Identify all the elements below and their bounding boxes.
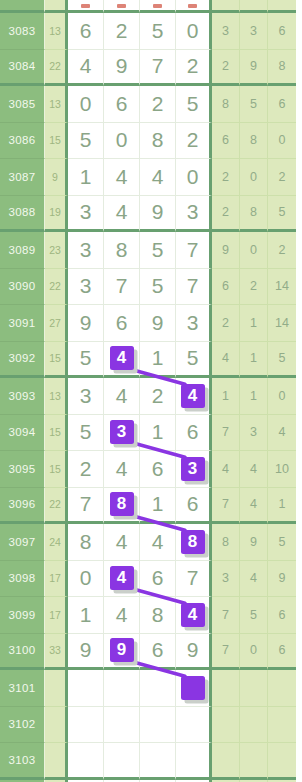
- digit-cell: 9: [140, 305, 176, 342]
- digit-cell: 4: [104, 561, 140, 598]
- sum-cell: 33: [45, 634, 68, 671]
- stat-cell: 4: [212, 451, 240, 488]
- trend-row: 3100339969706: [0, 634, 302, 671]
- stat-cell: [212, 743, 240, 780]
- stat-cell: 4: [268, 415, 296, 452]
- sum-cell: 23: [45, 232, 68, 269]
- digit-cell: 8: [68, 524, 104, 561]
- digit-cell: 5: [140, 232, 176, 269]
- digit-cell: 5: [140, 269, 176, 306]
- highlight-box: 9: [110, 638, 134, 662]
- digit-cell: 4: [140, 524, 176, 561]
- digit-cell: [140, 707, 176, 744]
- red-digit-fragment: [117, 4, 126, 8]
- stat-cell: [268, 670, 296, 707]
- partial-sum-cell: [45, 0, 68, 13]
- digit-cell: 7: [176, 561, 212, 598]
- digit-cell: 6: [140, 451, 176, 488]
- trend-rows: 3083136250336308422497229830851306258563…: [0, 13, 302, 780]
- digit-cell: 9: [176, 634, 212, 671]
- partial-stat-cell: [268, 0, 296, 13]
- trend-row: 30902237576214: [0, 269, 302, 306]
- digit-cell: 4: [104, 378, 140, 415]
- stat-cell: 6: [268, 86, 296, 123]
- sum-cell: 22: [45, 269, 68, 306]
- digit-cell: 0: [176, 159, 212, 196]
- digit-cell: 6: [104, 305, 140, 342]
- sum-cell: 15: [45, 123, 68, 160]
- stat-cell: 1: [240, 305, 268, 342]
- stat-cell: 10: [268, 451, 296, 488]
- digit-cell: 4: [68, 50, 104, 87]
- highlight-box: 4: [110, 566, 134, 590]
- stat-cell: [212, 707, 240, 744]
- trend-row: 3093133424110: [0, 378, 302, 415]
- digit-cell: 6: [176, 488, 212, 525]
- stat-cell: 6: [268, 597, 296, 634]
- digit-cell: [68, 707, 104, 744]
- trend-row: 3092155415415: [0, 342, 302, 379]
- trend-row: 3094155316734: [0, 415, 302, 452]
- digit-cell: [104, 743, 140, 780]
- digit-cell: 6: [104, 86, 140, 123]
- trend-row: 3086155082680: [0, 123, 302, 160]
- lottery-trend-chart[interactable]: 3083136250336308422497229830851306258563…: [0, 0, 302, 782]
- digit-cell: 4: [140, 159, 176, 196]
- stat-cell: 9: [240, 50, 268, 87]
- stat-cell: 1: [212, 378, 240, 415]
- digit-cell: [68, 743, 104, 780]
- highlight-box: 4: [181, 384, 205, 408]
- stat-cell: 8: [268, 50, 296, 87]
- stat-cell: 0: [268, 378, 296, 415]
- stat-cell: 6: [268, 13, 296, 50]
- sum-cell: 15: [45, 415, 68, 452]
- digit-cell: 3: [176, 196, 212, 233]
- partial-digit-cell: [176, 0, 212, 13]
- sum-cell: 15: [45, 342, 68, 379]
- stat-cell: 8: [212, 86, 240, 123]
- stat-cell: [240, 670, 268, 707]
- digit-cell: [140, 670, 176, 707]
- trend-row: 3103: [0, 743, 302, 780]
- sum-cell: 13: [45, 86, 68, 123]
- digit-cell: [176, 707, 212, 744]
- trend-row: 3083136250336: [0, 13, 302, 50]
- stat-cell: 2: [240, 269, 268, 306]
- trend-row: 30951524634410: [0, 451, 302, 488]
- highlight-box-empty: [181, 676, 205, 700]
- digit-cell: 4: [104, 159, 140, 196]
- digit-cell: 1: [140, 342, 176, 379]
- stat-cell: [240, 707, 268, 744]
- digit-cell: 2: [140, 86, 176, 123]
- digit-cell: 0: [68, 86, 104, 123]
- digit-cell: 5: [140, 13, 176, 50]
- trend-row: 308791440202: [0, 159, 302, 196]
- stat-cell: 4: [212, 342, 240, 379]
- stat-cell: 6: [212, 123, 240, 160]
- stat-cell: 9: [212, 232, 240, 269]
- digit-cell: 9: [140, 196, 176, 233]
- digit-cell: 8: [104, 488, 140, 525]
- sum-cell: [45, 670, 68, 707]
- trend-row: 3088193493285: [0, 196, 302, 233]
- stat-cell: 5: [240, 597, 268, 634]
- digit-cell: 5: [68, 415, 104, 452]
- stat-cell: 1: [268, 488, 296, 525]
- sum-cell: 22: [45, 50, 68, 87]
- digit-cell: 6: [140, 634, 176, 671]
- trend-row: 3089233857902: [0, 232, 302, 269]
- stat-cell: [212, 670, 240, 707]
- digit-cell: [176, 743, 212, 780]
- stat-cell: 4: [240, 451, 268, 488]
- digit-cell: 3: [176, 451, 212, 488]
- period-cell: 3096: [0, 488, 45, 525]
- stat-cell: 7: [212, 415, 240, 452]
- stat-cell: 3: [212, 561, 240, 598]
- stat-cell: 6: [268, 634, 296, 671]
- red-digit-fragment: [153, 4, 162, 8]
- digit-cell: 5: [176, 342, 212, 379]
- digit-cell: 3: [68, 232, 104, 269]
- stat-cell: 0: [240, 634, 268, 671]
- trend-row: 3101: [0, 670, 302, 707]
- digit-cell: 7: [176, 232, 212, 269]
- digit-cell: 0: [176, 13, 212, 50]
- stat-cell: 9: [240, 524, 268, 561]
- sum-cell: 9: [45, 159, 68, 196]
- partial-stat-cell: [212, 0, 240, 13]
- stat-cell: 4: [240, 488, 268, 525]
- period-cell: 3095: [0, 451, 45, 488]
- digit-cell: 5: [68, 123, 104, 160]
- partial-digit-cell: [104, 0, 140, 13]
- digit-cell: 4: [104, 342, 140, 379]
- digit-cell: 2: [176, 50, 212, 87]
- trend-row: 3084224972298: [0, 50, 302, 87]
- stat-cell: 1: [240, 378, 268, 415]
- period-cell: 3083: [0, 13, 45, 50]
- sum-cell: 27: [45, 305, 68, 342]
- stat-cell: 7: [212, 597, 240, 634]
- highlight-box: 8: [110, 492, 134, 516]
- stat-cell: 8: [240, 123, 268, 160]
- digit-cell: 8: [176, 524, 212, 561]
- stat-cell: [240, 743, 268, 780]
- digit-cell: [104, 670, 140, 707]
- digit-cell: 1: [68, 597, 104, 634]
- period-cell: 3103: [0, 743, 45, 780]
- digit-cell: 7: [104, 269, 140, 306]
- digit-cell: 8: [140, 597, 176, 634]
- digit-cell: 1: [68, 159, 104, 196]
- stat-cell: 0: [268, 123, 296, 160]
- highlight-box: 4: [110, 346, 134, 370]
- period-cell: 3092: [0, 342, 45, 379]
- digit-cell: 4: [104, 451, 140, 488]
- digit-cell: 0: [68, 561, 104, 598]
- stat-cell: 2: [212, 196, 240, 233]
- period-cell: 3091: [0, 305, 45, 342]
- sum-cell: 13: [45, 378, 68, 415]
- digit-cell: 4: [104, 597, 140, 634]
- trend-row: 3099171484756: [0, 597, 302, 634]
- period-cell: 3097: [0, 524, 45, 561]
- digit-cell: 4: [176, 597, 212, 634]
- stat-cell: 5: [268, 524, 296, 561]
- digit-cell: 7: [176, 269, 212, 306]
- digit-cell: 0: [104, 123, 140, 160]
- digit-cell: 2: [68, 451, 104, 488]
- period-cell: 3085: [0, 86, 45, 123]
- stat-cell: [268, 707, 296, 744]
- stat-cell: 4: [240, 561, 268, 598]
- stat-cell: 2: [212, 305, 240, 342]
- stat-cell: 14: [268, 269, 296, 306]
- digit-cell: 8: [140, 123, 176, 160]
- trend-row: 3097248448895: [0, 524, 302, 561]
- sum-cell: 13: [45, 13, 68, 50]
- digit-cell: 3: [104, 415, 140, 452]
- stat-cell: 5: [268, 196, 296, 233]
- digit-cell: 3: [68, 196, 104, 233]
- digit-cell: 9: [104, 634, 140, 671]
- stat-cell: 2: [212, 159, 240, 196]
- stat-cell: 14: [268, 305, 296, 342]
- red-digit-fragment: [188, 4, 197, 8]
- stat-cell: 7: [212, 488, 240, 525]
- period-cell: 3093: [0, 378, 45, 415]
- period-cell: 3101: [0, 670, 45, 707]
- digit-cell: 5: [176, 86, 212, 123]
- sum-cell: 24: [45, 524, 68, 561]
- digit-cell: 3: [68, 269, 104, 306]
- digit-cell: 9: [68, 634, 104, 671]
- period-cell: 3090: [0, 269, 45, 306]
- digit-cell: [68, 670, 104, 707]
- stat-cell: 3: [212, 13, 240, 50]
- period-cell: 3094: [0, 415, 45, 452]
- highlight-box: 3: [181, 457, 205, 481]
- sum-cell: 22: [45, 488, 68, 525]
- sum-cell: 17: [45, 597, 68, 634]
- highlight-box: 4: [181, 603, 205, 627]
- period-cell: 3087: [0, 159, 45, 196]
- period-cell: 3088: [0, 196, 45, 233]
- digit-cell: 8: [104, 232, 140, 269]
- digit-cell: 5: [68, 342, 104, 379]
- digit-cell: 4: [176, 378, 212, 415]
- period-cell: 3102: [0, 707, 45, 744]
- stat-cell: 2: [268, 159, 296, 196]
- digit-cell: 2: [140, 378, 176, 415]
- partial-digit-cell: [68, 0, 104, 13]
- sum-cell: [45, 743, 68, 780]
- trend-row: 30912796932114: [0, 305, 302, 342]
- sum-cell: [45, 707, 68, 744]
- digit-cell: 6: [176, 415, 212, 452]
- digit-cell: 2: [176, 123, 212, 160]
- stat-cell: 2: [268, 232, 296, 269]
- highlight-box: 3: [110, 420, 134, 444]
- digit-cell: 3: [176, 305, 212, 342]
- period-cell: 3086: [0, 123, 45, 160]
- digit-cell: 7: [140, 50, 176, 87]
- period-cell: 3084: [0, 50, 45, 87]
- stat-cell: 6: [212, 269, 240, 306]
- stat-cell: 3: [240, 13, 268, 50]
- trend-row: 3085130625856: [0, 86, 302, 123]
- stat-cell: 0: [240, 159, 268, 196]
- stat-cell: 7: [212, 634, 240, 671]
- period-cell: 3100: [0, 634, 45, 671]
- digit-cell: [104, 707, 140, 744]
- digit-cell: 1: [140, 415, 176, 452]
- digit-cell: 9: [104, 50, 140, 87]
- period-cell: 3098: [0, 561, 45, 598]
- digit-cell: 6: [68, 13, 104, 50]
- sum-cell: 17: [45, 561, 68, 598]
- stat-cell: 9: [268, 561, 296, 598]
- sum-cell: 19: [45, 196, 68, 233]
- partial-period-cell: [0, 0, 45, 13]
- digit-cell: 3: [68, 378, 104, 415]
- stat-cell: 8: [212, 524, 240, 561]
- stat-cell: [268, 743, 296, 780]
- sum-cell: 15: [45, 451, 68, 488]
- digit-cell: [140, 743, 176, 780]
- partial-stat-cell: [240, 0, 268, 13]
- stat-cell: 3: [240, 415, 268, 452]
- highlight-box: 8: [181, 530, 205, 554]
- stat-cell: 5: [240, 86, 268, 123]
- stat-cell: 1: [240, 342, 268, 379]
- partial-previous-row: [0, 0, 302, 13]
- trend-row: 3102: [0, 707, 302, 744]
- digit-cell: [176, 670, 212, 707]
- digit-cell: 9: [68, 305, 104, 342]
- red-digit-fragment: [81, 4, 90, 8]
- digit-cell: 1: [140, 488, 176, 525]
- stat-cell: 8: [240, 196, 268, 233]
- stat-cell: 2: [212, 50, 240, 87]
- stat-cell: 0: [240, 232, 268, 269]
- digit-cell: 4: [104, 196, 140, 233]
- stat-cell: 5: [268, 342, 296, 379]
- period-cell: 3099: [0, 597, 45, 634]
- digit-cell: 4: [104, 524, 140, 561]
- digit-cell: 7: [68, 488, 104, 525]
- period-cell: 3089: [0, 232, 45, 269]
- digit-cell: 6: [140, 561, 176, 598]
- trend-row: 3096227816741: [0, 488, 302, 525]
- trend-row: 3098170467349: [0, 561, 302, 598]
- digit-cell: 2: [104, 13, 140, 50]
- partial-digit-cell: [140, 0, 176, 13]
